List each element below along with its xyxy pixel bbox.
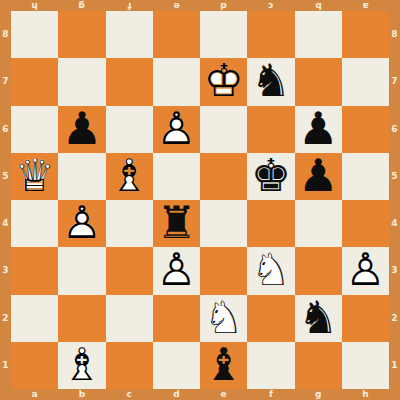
coords-top: hgfedcba (11, 0, 389, 11)
black-pawn-glyph: ♟ (298, 106, 338, 151)
white-knight-glyph: ♘ (251, 247, 291, 292)
square-h2[interactable] (342, 295, 389, 342)
white-pawn-glyph: ♙ (156, 106, 196, 151)
square-d2[interactable] (153, 295, 200, 342)
rank-label: 2 (0, 295, 11, 342)
square-e8[interactable] (200, 11, 247, 58)
black-bishop[interactable]: ♝ (200, 342, 247, 389)
square-f2[interactable] (247, 295, 294, 342)
square-d5[interactable] (153, 153, 200, 200)
square-d3[interactable]: ♟♙ (153, 247, 200, 294)
black-rook[interactable]: ♜ (153, 200, 200, 247)
black-knight-glyph: ♞ (298, 295, 338, 340)
square-a2[interactable] (11, 295, 58, 342)
coords-left: 87654321 (0, 11, 11, 389)
file-label: c (247, 0, 294, 11)
rank-label: 8 (0, 11, 11, 58)
square-a5[interactable]: ♛♕ (11, 153, 58, 200)
square-c7[interactable] (106, 58, 153, 105)
square-h3[interactable]: ♟♙ (342, 247, 389, 294)
white-pawn-glyph: ♙ (345, 247, 385, 292)
square-c3[interactable] (106, 247, 153, 294)
square-a6[interactable] (11, 106, 58, 153)
file-label: f (106, 0, 153, 11)
square-c2[interactable] (106, 295, 153, 342)
rank-label: 1 (389, 342, 400, 389)
square-e6[interactable] (200, 106, 247, 153)
black-pawn-glyph: ♟ (62, 106, 102, 151)
white-pawn-glyph: ♙ (62, 200, 102, 245)
square-a8[interactable] (11, 11, 58, 58)
rank-label: 5 (389, 153, 400, 200)
white-pawn[interactable]: ♟♙ (342, 247, 389, 294)
square-f8[interactable] (247, 11, 294, 58)
square-a3[interactable] (11, 247, 58, 294)
square-g5[interactable]: ♟ (295, 153, 342, 200)
rank-label: 2 (389, 295, 400, 342)
file-label: e (153, 0, 200, 11)
square-b3[interactable] (58, 247, 105, 294)
square-c5[interactable]: ♝♗ (106, 153, 153, 200)
file-label: c (106, 389, 153, 400)
black-rook-glyph: ♜ (156, 200, 196, 245)
square-c6[interactable] (106, 106, 153, 153)
white-bishop-glyph: ♗ (62, 342, 102, 387)
square-c8[interactable] (106, 11, 153, 58)
rank-label: 8 (389, 11, 400, 58)
file-label: d (153, 389, 200, 400)
square-f4[interactable] (247, 200, 294, 247)
square-b8[interactable] (58, 11, 105, 58)
black-pawn[interactable]: ♟ (58, 106, 105, 153)
file-label: a (11, 389, 58, 400)
file-label: f (247, 389, 294, 400)
white-pawn[interactable]: ♟♙ (58, 200, 105, 247)
square-f7[interactable]: ♞ (247, 58, 294, 105)
square-a7[interactable] (11, 58, 58, 105)
black-knight-glyph: ♞ (251, 58, 291, 103)
black-king[interactable]: ♚ (247, 153, 294, 200)
rank-label: 4 (389, 200, 400, 247)
rank-label: 7 (0, 58, 11, 105)
square-b2[interactable] (58, 295, 105, 342)
square-h7[interactable] (342, 58, 389, 105)
rank-label: 6 (0, 106, 11, 153)
square-f1[interactable] (247, 342, 294, 389)
white-pawn[interactable]: ♟♙ (153, 106, 200, 153)
square-h4[interactable] (342, 200, 389, 247)
rank-label: 3 (0, 247, 11, 294)
square-b7[interactable] (58, 58, 105, 105)
white-queen-glyph: ♕ (14, 153, 54, 198)
file-label: b (295, 0, 342, 11)
square-d7[interactable] (153, 58, 200, 105)
white-queen[interactable]: ♛♕ (11, 153, 58, 200)
white-knight[interactable]: ♞♘ (200, 295, 247, 342)
file-label: a (342, 0, 389, 11)
square-f5[interactable]: ♚ (247, 153, 294, 200)
square-h5[interactable] (342, 153, 389, 200)
square-d8[interactable] (153, 11, 200, 58)
white-bishop[interactable]: ♝♗ (106, 153, 153, 200)
file-label: h (11, 0, 58, 11)
file-label: g (295, 389, 342, 400)
black-king-glyph: ♚ (251, 153, 291, 198)
rank-label: 3 (389, 247, 400, 294)
square-f3[interactable]: ♞♘ (247, 247, 294, 294)
square-d4[interactable]: ♜ (153, 200, 200, 247)
white-bishop-glyph: ♗ (109, 153, 149, 198)
square-d1[interactable] (153, 342, 200, 389)
rank-label: 1 (0, 342, 11, 389)
square-h6[interactable] (342, 106, 389, 153)
square-e7[interactable]: ♚♔ (200, 58, 247, 105)
black-pawn-glyph: ♟ (298, 153, 338, 198)
square-g2[interactable]: ♞ (295, 295, 342, 342)
square-b4[interactable]: ♟♙ (58, 200, 105, 247)
white-king[interactable]: ♚♔ (200, 58, 247, 105)
square-f6[interactable] (247, 106, 294, 153)
square-g8[interactable] (295, 11, 342, 58)
file-label: h (342, 389, 389, 400)
white-pawn[interactable]: ♟♙ (153, 247, 200, 294)
white-knight-glyph: ♘ (203, 295, 243, 340)
square-a1[interactable] (11, 342, 58, 389)
square-g6[interactable]: ♟ (295, 106, 342, 153)
black-knight[interactable]: ♞ (247, 58, 294, 105)
square-e1[interactable]: ♝ (200, 342, 247, 389)
file-label: d (200, 0, 247, 11)
chess-board-frame: hgfedcba abcdefgh 87654321 87654321 ♚♔♞♟… (0, 0, 400, 400)
square-g1[interactable] (295, 342, 342, 389)
white-king-glyph: ♔ (203, 58, 243, 103)
file-label: g (58, 0, 105, 11)
white-bishop[interactable]: ♝♗ (58, 342, 105, 389)
board-grid: ♚♔♞♟♟♙♟♛♕♝♗♚♟♟♙♜♟♙♞♘♟♙♞♘♞♝♗♝ (11, 11, 389, 389)
black-pawn[interactable]: ♟ (295, 153, 342, 200)
square-h1[interactable] (342, 342, 389, 389)
rank-label: 7 (389, 58, 400, 105)
white-knight[interactable]: ♞♘ (247, 247, 294, 294)
square-c4[interactable] (106, 200, 153, 247)
square-g3[interactable] (295, 247, 342, 294)
square-b5[interactable] (58, 153, 105, 200)
square-b1[interactable]: ♝♗ (58, 342, 105, 389)
square-a4[interactable] (11, 200, 58, 247)
square-e3[interactable] (200, 247, 247, 294)
square-e2[interactable]: ♞♘ (200, 295, 247, 342)
black-bishop-glyph: ♝ (203, 342, 243, 387)
rank-label: 6 (389, 106, 400, 153)
square-c1[interactable] (106, 342, 153, 389)
square-g7[interactable] (295, 58, 342, 105)
square-e5[interactable] (200, 153, 247, 200)
square-b6[interactable]: ♟ (58, 106, 105, 153)
square-g4[interactable] (295, 200, 342, 247)
square-h8[interactable] (342, 11, 389, 58)
square-d6[interactable]: ♟♙ (153, 106, 200, 153)
white-pawn-glyph: ♙ (156, 247, 196, 292)
rank-label: 5 (0, 153, 11, 200)
rank-label: 4 (0, 200, 11, 247)
square-e4[interactable] (200, 200, 247, 247)
black-pawn[interactable]: ♟ (295, 106, 342, 153)
coords-right: 87654321 (389, 11, 400, 389)
black-knight[interactable]: ♞ (295, 295, 342, 342)
